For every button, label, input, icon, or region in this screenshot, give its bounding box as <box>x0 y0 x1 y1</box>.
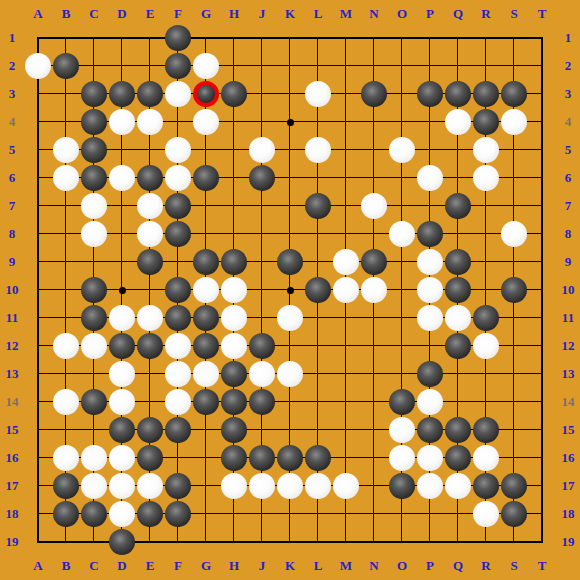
intersection-Q15[interactable] <box>444 416 472 444</box>
intersection-Q12[interactable] <box>444 332 472 360</box>
intersection-B6[interactable] <box>52 164 80 192</box>
intersection-H13[interactable] <box>220 360 248 388</box>
intersection-G15[interactable] <box>192 416 220 444</box>
intersection-T9[interactable] <box>528 248 556 276</box>
intersection-J1[interactable] <box>248 24 276 52</box>
intersection-T10[interactable] <box>528 276 556 304</box>
intersection-H19[interactable] <box>220 528 248 556</box>
intersection-R1[interactable] <box>472 24 500 52</box>
intersection-R14[interactable] <box>472 388 500 416</box>
intersection-L18[interactable] <box>304 500 332 528</box>
intersection-A3[interactable] <box>24 80 52 108</box>
intersection-G14[interactable] <box>192 388 220 416</box>
intersection-A6[interactable] <box>24 164 52 192</box>
intersection-D2[interactable] <box>108 52 136 80</box>
intersection-H10[interactable] <box>220 276 248 304</box>
intersection-N4[interactable] <box>360 108 388 136</box>
intersection-Q18[interactable] <box>444 500 472 528</box>
intersection-R4[interactable] <box>472 108 500 136</box>
intersection-K12[interactable] <box>276 332 304 360</box>
intersection-N3[interactable] <box>360 80 388 108</box>
intersection-E4[interactable] <box>136 108 164 136</box>
intersection-J11[interactable] <box>248 304 276 332</box>
intersection-R2[interactable] <box>472 52 500 80</box>
intersection-L8[interactable] <box>304 220 332 248</box>
intersection-Q13[interactable] <box>444 360 472 388</box>
intersection-D13[interactable] <box>108 360 136 388</box>
intersection-D5[interactable] <box>108 136 136 164</box>
intersection-L4[interactable] <box>304 108 332 136</box>
intersection-F17[interactable] <box>164 472 192 500</box>
intersection-O10[interactable] <box>388 276 416 304</box>
intersection-C16[interactable] <box>80 444 108 472</box>
intersection-T3[interactable] <box>528 80 556 108</box>
intersection-B1[interactable] <box>52 24 80 52</box>
intersection-H6[interactable] <box>220 164 248 192</box>
intersection-C5[interactable] <box>80 136 108 164</box>
intersection-P6[interactable] <box>416 164 444 192</box>
intersection-N10[interactable] <box>360 276 388 304</box>
intersection-T15[interactable] <box>528 416 556 444</box>
intersection-J12[interactable] <box>248 332 276 360</box>
intersection-M12[interactable] <box>332 332 360 360</box>
intersection-L10[interactable] <box>304 276 332 304</box>
intersection-D9[interactable] <box>108 248 136 276</box>
intersection-Q17[interactable] <box>444 472 472 500</box>
intersection-D1[interactable] <box>108 24 136 52</box>
intersection-A13[interactable] <box>24 360 52 388</box>
intersection-P9[interactable] <box>416 248 444 276</box>
intersection-P19[interactable] <box>416 528 444 556</box>
intersection-C2[interactable] <box>80 52 108 80</box>
intersection-N6[interactable] <box>360 164 388 192</box>
intersection-B2[interactable] <box>52 52 80 80</box>
intersection-M18[interactable] <box>332 500 360 528</box>
intersection-C19[interactable] <box>80 528 108 556</box>
intersection-O4[interactable] <box>388 108 416 136</box>
intersection-O6[interactable] <box>388 164 416 192</box>
intersection-L13[interactable] <box>304 360 332 388</box>
intersection-T8[interactable] <box>528 220 556 248</box>
intersection-P2[interactable] <box>416 52 444 80</box>
intersection-J3[interactable] <box>248 80 276 108</box>
intersection-S12[interactable] <box>500 332 528 360</box>
intersection-N2[interactable] <box>360 52 388 80</box>
intersection-G18[interactable] <box>192 500 220 528</box>
intersection-O2[interactable] <box>388 52 416 80</box>
intersection-N7[interactable] <box>360 192 388 220</box>
intersection-G16[interactable] <box>192 444 220 472</box>
intersection-T17[interactable] <box>528 472 556 500</box>
intersection-E8[interactable] <box>136 220 164 248</box>
intersection-J15[interactable] <box>248 416 276 444</box>
intersection-L14[interactable] <box>304 388 332 416</box>
intersection-H14[interactable] <box>220 388 248 416</box>
intersection-P3[interactable] <box>416 80 444 108</box>
intersection-C17[interactable] <box>80 472 108 500</box>
intersection-J9[interactable] <box>248 248 276 276</box>
intersection-Q4[interactable] <box>444 108 472 136</box>
intersection-N5[interactable] <box>360 136 388 164</box>
intersection-S13[interactable] <box>500 360 528 388</box>
intersection-H5[interactable] <box>220 136 248 164</box>
intersection-O15[interactable] <box>388 416 416 444</box>
intersection-M10[interactable] <box>332 276 360 304</box>
intersection-E16[interactable] <box>136 444 164 472</box>
intersection-P11[interactable] <box>416 304 444 332</box>
intersection-A15[interactable] <box>24 416 52 444</box>
intersection-B4[interactable] <box>52 108 80 136</box>
intersection-C3[interactable] <box>80 80 108 108</box>
intersection-F3[interactable] <box>164 80 192 108</box>
intersection-E10[interactable] <box>136 276 164 304</box>
intersection-M14[interactable] <box>332 388 360 416</box>
intersection-B18[interactable] <box>52 500 80 528</box>
intersection-A8[interactable] <box>24 220 52 248</box>
intersection-D6[interactable] <box>108 164 136 192</box>
intersection-G9[interactable] <box>192 248 220 276</box>
intersection-J8[interactable] <box>248 220 276 248</box>
intersection-G2[interactable] <box>192 52 220 80</box>
intersection-S15[interactable] <box>500 416 528 444</box>
intersection-E19[interactable] <box>136 528 164 556</box>
intersection-K5[interactable] <box>276 136 304 164</box>
intersection-Q16[interactable] <box>444 444 472 472</box>
intersection-O5[interactable] <box>388 136 416 164</box>
intersection-F18[interactable] <box>164 500 192 528</box>
intersection-L5[interactable] <box>304 136 332 164</box>
intersection-G12[interactable] <box>192 332 220 360</box>
intersection-S9[interactable] <box>500 248 528 276</box>
intersection-H8[interactable] <box>220 220 248 248</box>
intersection-N1[interactable] <box>360 24 388 52</box>
intersection-F11[interactable] <box>164 304 192 332</box>
intersection-C15[interactable] <box>80 416 108 444</box>
intersection-E18[interactable] <box>136 500 164 528</box>
intersection-N19[interactable] <box>360 528 388 556</box>
intersection-O8[interactable] <box>388 220 416 248</box>
intersection-O1[interactable] <box>388 24 416 52</box>
intersection-Q5[interactable] <box>444 136 472 164</box>
intersection-H1[interactable] <box>220 24 248 52</box>
intersection-M19[interactable] <box>332 528 360 556</box>
intersection-R12[interactable] <box>472 332 500 360</box>
intersection-G1[interactable] <box>192 24 220 52</box>
intersection-A7[interactable] <box>24 192 52 220</box>
intersection-O3[interactable] <box>388 80 416 108</box>
intersection-O18[interactable] <box>388 500 416 528</box>
intersection-K8[interactable] <box>276 220 304 248</box>
intersection-H11[interactable] <box>220 304 248 332</box>
intersection-K18[interactable] <box>276 500 304 528</box>
intersection-M7[interactable] <box>332 192 360 220</box>
intersection-F12[interactable] <box>164 332 192 360</box>
intersection-K11[interactable] <box>276 304 304 332</box>
intersection-O14[interactable] <box>388 388 416 416</box>
intersection-R3[interactable] <box>472 80 500 108</box>
intersection-M5[interactable] <box>332 136 360 164</box>
intersection-F1[interactable] <box>164 24 192 52</box>
intersection-S2[interactable] <box>500 52 528 80</box>
intersection-C12[interactable] <box>80 332 108 360</box>
intersection-S14[interactable] <box>500 388 528 416</box>
intersection-E6[interactable] <box>136 164 164 192</box>
intersection-T2[interactable] <box>528 52 556 80</box>
intersection-Q3[interactable] <box>444 80 472 108</box>
intersection-A10[interactable] <box>24 276 52 304</box>
intersection-D15[interactable] <box>108 416 136 444</box>
intersection-N9[interactable] <box>360 248 388 276</box>
intersection-E11[interactable] <box>136 304 164 332</box>
intersection-Q11[interactable] <box>444 304 472 332</box>
intersection-M16[interactable] <box>332 444 360 472</box>
intersection-K14[interactable] <box>276 388 304 416</box>
intersection-H12[interactable] <box>220 332 248 360</box>
intersection-C18[interactable] <box>80 500 108 528</box>
intersection-E7[interactable] <box>136 192 164 220</box>
intersection-N18[interactable] <box>360 500 388 528</box>
intersection-K17[interactable] <box>276 472 304 500</box>
intersection-E17[interactable] <box>136 472 164 500</box>
intersection-Q14[interactable] <box>444 388 472 416</box>
intersection-A1[interactable] <box>24 24 52 52</box>
intersection-R10[interactable] <box>472 276 500 304</box>
intersection-J19[interactable] <box>248 528 276 556</box>
intersection-G7[interactable] <box>192 192 220 220</box>
intersection-A11[interactable] <box>24 304 52 332</box>
intersection-K10[interactable] <box>276 276 304 304</box>
intersection-N17[interactable] <box>360 472 388 500</box>
intersection-D7[interactable] <box>108 192 136 220</box>
intersection-Q10[interactable] <box>444 276 472 304</box>
intersection-M13[interactable] <box>332 360 360 388</box>
intersection-K3[interactable] <box>276 80 304 108</box>
intersection-K6[interactable] <box>276 164 304 192</box>
intersection-O9[interactable] <box>388 248 416 276</box>
intersection-T13[interactable] <box>528 360 556 388</box>
intersection-N14[interactable] <box>360 388 388 416</box>
intersection-B16[interactable] <box>52 444 80 472</box>
intersection-M17[interactable] <box>332 472 360 500</box>
intersection-O17[interactable] <box>388 472 416 500</box>
intersection-A2[interactable] <box>24 52 52 80</box>
intersection-A4[interactable] <box>24 108 52 136</box>
intersection-K7[interactable] <box>276 192 304 220</box>
intersection-B19[interactable] <box>52 528 80 556</box>
intersection-F7[interactable] <box>164 192 192 220</box>
intersection-L1[interactable] <box>304 24 332 52</box>
intersection-B10[interactable] <box>52 276 80 304</box>
intersection-O16[interactable] <box>388 444 416 472</box>
intersection-G17[interactable] <box>192 472 220 500</box>
intersection-B15[interactable] <box>52 416 80 444</box>
intersection-J6[interactable] <box>248 164 276 192</box>
intersection-L12[interactable] <box>304 332 332 360</box>
intersection-T1[interactable] <box>528 24 556 52</box>
intersection-R9[interactable] <box>472 248 500 276</box>
intersection-M9[interactable] <box>332 248 360 276</box>
intersection-M4[interactable] <box>332 108 360 136</box>
intersection-J18[interactable] <box>248 500 276 528</box>
intersection-Q2[interactable] <box>444 52 472 80</box>
intersection-M1[interactable] <box>332 24 360 52</box>
intersection-R6[interactable] <box>472 164 500 192</box>
intersection-B3[interactable] <box>52 80 80 108</box>
intersection-T19[interactable] <box>528 528 556 556</box>
intersection-L11[interactable] <box>304 304 332 332</box>
intersection-E12[interactable] <box>136 332 164 360</box>
intersection-J13[interactable] <box>248 360 276 388</box>
intersection-O7[interactable] <box>388 192 416 220</box>
intersection-J4[interactable] <box>248 108 276 136</box>
intersection-Q1[interactable] <box>444 24 472 52</box>
intersection-H3[interactable] <box>220 80 248 108</box>
intersection-T12[interactable] <box>528 332 556 360</box>
intersection-S1[interactable] <box>500 24 528 52</box>
intersection-L16[interactable] <box>304 444 332 472</box>
intersection-C11[interactable] <box>80 304 108 332</box>
intersection-E5[interactable] <box>136 136 164 164</box>
intersection-F15[interactable] <box>164 416 192 444</box>
intersection-B11[interactable] <box>52 304 80 332</box>
intersection-M3[interactable] <box>332 80 360 108</box>
intersection-P15[interactable] <box>416 416 444 444</box>
intersection-S11[interactable] <box>500 304 528 332</box>
intersection-F2[interactable] <box>164 52 192 80</box>
intersection-G6[interactable] <box>192 164 220 192</box>
intersection-F16[interactable] <box>164 444 192 472</box>
intersection-D18[interactable] <box>108 500 136 528</box>
intersection-F4[interactable] <box>164 108 192 136</box>
intersection-R11[interactable] <box>472 304 500 332</box>
intersection-G10[interactable] <box>192 276 220 304</box>
intersection-J7[interactable] <box>248 192 276 220</box>
intersection-A18[interactable] <box>24 500 52 528</box>
intersection-L3[interactable] <box>304 80 332 108</box>
intersection-E1[interactable] <box>136 24 164 52</box>
intersection-C8[interactable] <box>80 220 108 248</box>
intersection-K9[interactable] <box>276 248 304 276</box>
intersection-E3[interactable] <box>136 80 164 108</box>
intersection-D3[interactable] <box>108 80 136 108</box>
intersection-O13[interactable] <box>388 360 416 388</box>
intersection-D14[interactable] <box>108 388 136 416</box>
intersection-N13[interactable] <box>360 360 388 388</box>
intersection-F8[interactable] <box>164 220 192 248</box>
intersection-P7[interactable] <box>416 192 444 220</box>
intersection-P18[interactable] <box>416 500 444 528</box>
intersection-B5[interactable] <box>52 136 80 164</box>
intersection-G4[interactable] <box>192 108 220 136</box>
intersection-F6[interactable] <box>164 164 192 192</box>
intersection-D8[interactable] <box>108 220 136 248</box>
intersection-E15[interactable] <box>136 416 164 444</box>
intersection-R16[interactable] <box>472 444 500 472</box>
intersection-M6[interactable] <box>332 164 360 192</box>
intersection-Q8[interactable] <box>444 220 472 248</box>
intersection-H18[interactable] <box>220 500 248 528</box>
intersection-K15[interactable] <box>276 416 304 444</box>
intersection-J17[interactable] <box>248 472 276 500</box>
intersection-C14[interactable] <box>80 388 108 416</box>
intersection-T14[interactable] <box>528 388 556 416</box>
intersection-C6[interactable] <box>80 164 108 192</box>
intersection-M11[interactable] <box>332 304 360 332</box>
intersection-E13[interactable] <box>136 360 164 388</box>
intersection-B14[interactable] <box>52 388 80 416</box>
intersection-D17[interactable] <box>108 472 136 500</box>
intersection-O11[interactable] <box>388 304 416 332</box>
intersection-T18[interactable] <box>528 500 556 528</box>
intersection-S18[interactable] <box>500 500 528 528</box>
intersection-H15[interactable] <box>220 416 248 444</box>
intersection-L6[interactable] <box>304 164 332 192</box>
intersection-D10[interactable] <box>108 276 136 304</box>
intersection-P14[interactable] <box>416 388 444 416</box>
intersection-D16[interactable] <box>108 444 136 472</box>
intersection-A14[interactable] <box>24 388 52 416</box>
intersection-T16[interactable] <box>528 444 556 472</box>
intersection-F9[interactable] <box>164 248 192 276</box>
intersection-P10[interactable] <box>416 276 444 304</box>
intersection-R15[interactable] <box>472 416 500 444</box>
intersection-R8[interactable] <box>472 220 500 248</box>
intersection-Q7[interactable] <box>444 192 472 220</box>
intersection-P4[interactable] <box>416 108 444 136</box>
intersection-K16[interactable] <box>276 444 304 472</box>
intersection-K13[interactable] <box>276 360 304 388</box>
intersection-H9[interactable] <box>220 248 248 276</box>
intersection-H2[interactable] <box>220 52 248 80</box>
intersection-O19[interactable] <box>388 528 416 556</box>
intersection-A17[interactable] <box>24 472 52 500</box>
intersection-T5[interactable] <box>528 136 556 164</box>
intersection-J5[interactable] <box>248 136 276 164</box>
intersection-B13[interactable] <box>52 360 80 388</box>
intersection-G13[interactable] <box>192 360 220 388</box>
intersection-G19[interactable] <box>192 528 220 556</box>
intersection-A5[interactable] <box>24 136 52 164</box>
intersection-N15[interactable] <box>360 416 388 444</box>
intersection-T6[interactable] <box>528 164 556 192</box>
intersection-M15[interactable] <box>332 416 360 444</box>
intersection-P17[interactable] <box>416 472 444 500</box>
intersection-B17[interactable] <box>52 472 80 500</box>
intersection-S8[interactable] <box>500 220 528 248</box>
intersection-M8[interactable] <box>332 220 360 248</box>
intersection-P13[interactable] <box>416 360 444 388</box>
intersection-S7[interactable] <box>500 192 528 220</box>
intersection-L19[interactable] <box>304 528 332 556</box>
intersection-D19[interactable] <box>108 528 136 556</box>
intersection-P8[interactable] <box>416 220 444 248</box>
intersection-C1[interactable] <box>80 24 108 52</box>
intersection-S6[interactable] <box>500 164 528 192</box>
intersection-N12[interactable] <box>360 332 388 360</box>
intersection-F14[interactable] <box>164 388 192 416</box>
intersection-H17[interactable] <box>220 472 248 500</box>
intersection-Q6[interactable] <box>444 164 472 192</box>
intersection-G3[interactable] <box>192 80 220 108</box>
intersection-L15[interactable] <box>304 416 332 444</box>
intersection-P1[interactable] <box>416 24 444 52</box>
intersection-J2[interactable] <box>248 52 276 80</box>
intersection-R19[interactable] <box>472 528 500 556</box>
intersection-Q9[interactable] <box>444 248 472 276</box>
intersection-K2[interactable] <box>276 52 304 80</box>
intersection-B8[interactable] <box>52 220 80 248</box>
intersection-R18[interactable] <box>472 500 500 528</box>
